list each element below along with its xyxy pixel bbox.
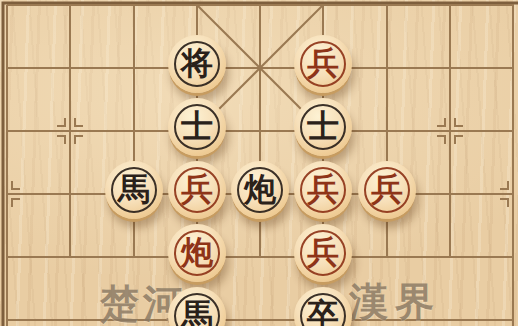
piece-character: 兵	[294, 224, 352, 282]
piece-soldier-red[interactable]: 兵	[294, 224, 352, 282]
piece-character: 兵	[168, 161, 226, 219]
piece-general-black[interactable]: 将	[168, 35, 226, 93]
piece-character: 士	[168, 98, 226, 156]
piece-advisor-black[interactable]: 士	[294, 98, 352, 156]
piece-soldier-black[interactable]: 卒	[294, 287, 352, 326]
piece-soldier-red[interactable]: 兵	[294, 161, 352, 219]
piece-character: 兵	[294, 161, 352, 219]
piece-character: 卒	[294, 287, 352, 326]
piece-character: 炮	[231, 161, 289, 219]
piece-character: 炮	[168, 224, 226, 282]
piece-soldier-red[interactable]: 兵	[294, 35, 352, 93]
piece-horse-black[interactable]: 馬	[105, 161, 163, 219]
piece-character: 馬	[105, 161, 163, 219]
piece-character: 士	[294, 98, 352, 156]
piece-character: 将	[168, 35, 226, 93]
piece-advisor-black[interactable]: 士	[168, 98, 226, 156]
piece-soldier-red[interactable]: 兵	[168, 161, 226, 219]
piece-character: 兵	[294, 35, 352, 93]
piece-character: 馬	[168, 287, 226, 326]
piece-horse-black[interactable]: 馬	[168, 287, 226, 326]
piece-soldier-red[interactable]: 兵	[358, 161, 416, 219]
piece-cannon-red[interactable]: 炮	[168, 224, 226, 282]
piece-cannon-black[interactable]: 炮	[231, 161, 289, 219]
river-label-han-jie: 漢界	[349, 275, 441, 326]
xiangqi-board[interactable]: 楚河 漢界 将兵士士馬兵炮兵兵炮兵馬卒	[0, 0, 518, 326]
piece-character: 兵	[358, 161, 416, 219]
